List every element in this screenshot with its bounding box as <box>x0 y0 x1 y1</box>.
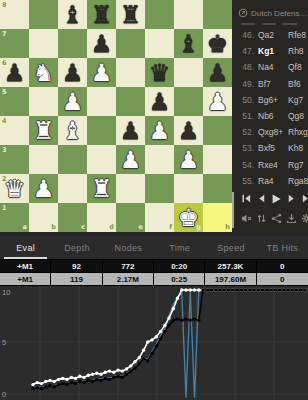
square-h7[interactable]: ♚ <box>203 29 232 58</box>
white-move[interactable]: Bxf5 <box>258 143 284 153</box>
square-a5[interactable]: 5 <box>0 87 29 116</box>
download-icon[interactable] <box>285 213 297 225</box>
clipped-move-row <box>238 22 308 27</box>
black-move[interactable]: Rg7 <box>288 160 308 170</box>
chess-board[interactable]: 8♝♜♜7♟♝♚6♟♞♟♟♛♟5♟♟♟4♜♝♟♟♟3♟♟2♛♟♜1abcdefg… <box>0 0 232 232</box>
stats-header-eval[interactable]: Eval <box>0 236 51 259</box>
black-move[interactable]: Bf6 <box>288 79 308 89</box>
stats-header-depth: Depth <box>51 236 102 259</box>
white-rook-b4: ♜ <box>29 116 58 145</box>
move-number: 51. <box>238 111 254 121</box>
stats-header-time: Time <box>154 236 205 259</box>
rank-label-7: 7 <box>2 31 7 38</box>
square-a1[interactable]: 1a <box>0 203 29 232</box>
square-a4[interactable]: 4 <box>0 116 29 145</box>
white-move[interactable]: Nb6 <box>258 111 284 121</box>
black-move[interactable]: Rfe8 <box>288 30 308 40</box>
ytick-0: 0 <box>2 390 6 399</box>
stats-header-row: EvalDepthNodesTimeSpeedTB Hits <box>0 236 308 260</box>
square-c2[interactable] <box>58 174 87 203</box>
move-row-50: 50.Bg6+Kg7 <box>238 92 308 108</box>
black-king-h7: ♚ <box>203 29 232 58</box>
rank-label-6: 6 <box>2 60 7 67</box>
black-rook-d8: ♜ <box>87 0 116 29</box>
move-row-52: 52.Qxg8+Rhxg <box>238 124 308 140</box>
rank-label-2: 2 <box>2 176 7 183</box>
rank-label-3: 3 <box>2 147 7 154</box>
square-d8[interactable]: ♜ <box>87 0 116 29</box>
stat-time: 0:20 <box>154 260 205 272</box>
move-panel: Dutch Defens… 46.Qa2Rfe847.Kg1Rh848.Na4Q… <box>232 0 308 232</box>
square-e7[interactable] <box>116 29 145 58</box>
white-move[interactable]: Bg6+ <box>258 95 284 105</box>
white-pawn-h5: ♟ <box>203 87 232 116</box>
stats-header-tb-hits: TB Hits <box>257 236 308 259</box>
stat-time: 0:25 <box>154 273 205 285</box>
square-d6[interactable]: ♟ <box>87 58 116 87</box>
black-move[interactable]: Rhxg <box>288 127 308 137</box>
white-move[interactable]: Rxe4 <box>258 160 284 170</box>
square-h1[interactable]: h <box>203 203 232 232</box>
square-f8[interactable] <box>145 0 174 29</box>
square-b1[interactable]: b <box>29 203 58 232</box>
move-row-46: 46.Qa2Rfe8 <box>238 27 308 43</box>
square-h5[interactable]: ♟ <box>203 87 232 116</box>
square-b4[interactable]: ♜ <box>29 116 58 145</box>
move-row-55: 55.Ra4Rga8 <box>238 173 308 189</box>
settings-gear-icon[interactable] <box>300 213 308 225</box>
rank-label-4: 4 <box>2 118 7 125</box>
file-label-g: g <box>196 224 201 231</box>
eval-graph[interactable]: 1050 <box>0 286 308 400</box>
file-label-e: e <box>139 224 143 231</box>
move-nav <box>238 189 308 209</box>
square-e5[interactable] <box>116 87 145 116</box>
square-f6[interactable]: ♛ <box>145 58 174 87</box>
square-d3[interactable] <box>87 145 116 174</box>
ytick-10: 10 <box>2 288 10 297</box>
square-c4[interactable]: ♝ <box>58 116 87 145</box>
move-number: 47. <box>238 46 254 56</box>
square-c1[interactable]: c <box>58 203 87 232</box>
white-engine-stats-row: +M11192.17M0:25197.60M0 <box>0 273 308 286</box>
file-label-a: a <box>23 224 27 231</box>
square-b2[interactable]: ♟ <box>29 174 58 203</box>
play-button[interactable] <box>270 193 282 205</box>
square-c5[interactable]: ♟ <box>58 87 87 116</box>
square-d5[interactable] <box>87 87 116 116</box>
square-g2[interactable] <box>174 174 203 203</box>
move-list: 46.Qa2Rfe847.Kg1Rh848.Na4Qf849.Bf7Bf650.… <box>238 27 308 189</box>
square-h6[interactable]: ♟ <box>203 58 232 87</box>
square-f1[interactable]: f <box>145 203 174 232</box>
white-move[interactable]: Qa2 <box>258 30 284 40</box>
white-pawn-g3: ♟ <box>174 145 203 174</box>
square-c8[interactable]: ♝ <box>58 0 87 29</box>
stat-eval: +M1 <box>0 260 51 272</box>
stat-eval: +M1 <box>0 273 51 285</box>
move-list-scrollbar[interactable] <box>232 192 234 228</box>
square-d2[interactable]: ♜ <box>87 174 116 203</box>
square-a8[interactable]: 8 <box>0 0 29 29</box>
stat-tb-hits: 0 <box>257 260 308 272</box>
opening-name: Dutch Defens… <box>251 9 307 18</box>
file-label-c: c <box>81 224 85 231</box>
square-f2[interactable] <box>145 174 174 203</box>
square-e2[interactable] <box>116 174 145 203</box>
file-label-d: d <box>109 224 114 231</box>
square-g3[interactable]: ♟ <box>174 145 203 174</box>
square-d7[interactable]: ♟ <box>87 29 116 58</box>
square-e8[interactable]: ♜ <box>116 0 145 29</box>
square-g7[interactable]: ♝ <box>174 29 203 58</box>
stat-depth: 92 <box>51 260 102 272</box>
flip-board-icon[interactable] <box>255 213 267 225</box>
move-row-53: 53.Bxf5Kh8 <box>238 140 308 156</box>
square-f5[interactable]: ♟ <box>145 87 174 116</box>
square-b5[interactable] <box>29 87 58 116</box>
white-pawn-c5: ♟ <box>58 87 87 116</box>
square-f7[interactable] <box>145 29 174 58</box>
white-move[interactable]: Bf7 <box>258 79 284 89</box>
white-pawn-b2: ♟ <box>29 174 58 203</box>
square-g4[interactable]: ♟ <box>174 116 203 145</box>
square-h2[interactable] <box>203 174 232 203</box>
move-number: 54. <box>238 160 254 170</box>
white-rook-d2: ♜ <box>87 174 116 203</box>
stat-speed: 257.3K <box>205 260 256 272</box>
move-number: 50. <box>238 95 254 105</box>
stats-header-nodes: Nodes <box>103 236 154 259</box>
white-pawn-e3: ♟ <box>116 145 145 174</box>
black-move[interactable]: Rh8 <box>288 46 308 56</box>
black-pawn-d7: ♟ <box>87 29 116 58</box>
black-bishop-c8: ♝ <box>58 0 87 29</box>
square-b6[interactable]: ♞ <box>29 58 58 87</box>
square-h3[interactable] <box>203 145 232 174</box>
square-h4[interactable] <box>203 116 232 145</box>
rank-label-5: 5 <box>2 89 7 96</box>
square-e1[interactable]: e <box>116 203 145 232</box>
square-b8[interactable] <box>29 0 58 29</box>
square-d1[interactable]: d <box>87 203 116 232</box>
move-number: 52. <box>238 127 254 137</box>
square-e4[interactable]: ♟ <box>116 116 145 145</box>
blue-eval-line <box>33 290 305 397</box>
move-number: 53. <box>238 143 254 153</box>
square-b3[interactable] <box>29 145 58 174</box>
move-row-51: 51.Nb6Qg8 <box>238 108 308 124</box>
move-number: 49. <box>238 79 254 89</box>
board-and-moves: 8♝♜♜7♟♝♚6♟♞♟♟♛♟5♟♟♟4♜♝♟♟♟3♟♟2♛♟♜1abcdefg… <box>0 0 308 232</box>
chess-analysis-app: 8♝♜♜7♟♝♚6♟♞♟♟♛♟5♟♟♟4♜♝♟♟♟3♟♟2♛♟♜1abcdefg… <box>0 0 308 400</box>
black-move[interactable]: Rga8 <box>288 176 308 186</box>
opening-icon <box>238 8 248 18</box>
first-move-button[interactable] <box>240 193 252 205</box>
black-pawn-e4: ♟ <box>116 116 145 145</box>
next-move-button[interactable] <box>285 193 297 205</box>
black-pawn-f5: ♟ <box>145 87 174 116</box>
move-number: 55. <box>238 176 254 186</box>
ytick-5: 5 <box>2 338 6 347</box>
square-h8[interactable] <box>203 0 232 29</box>
previous-move-button[interactable] <box>255 193 267 205</box>
toolbar <box>238 209 308 229</box>
black-pawn-c6: ♟ <box>58 58 87 87</box>
black-rook-e8: ♜ <box>116 0 145 29</box>
square-g5[interactable] <box>174 87 203 116</box>
stat-speed: 197.60M <box>205 273 256 285</box>
white-bishop-c4: ♝ <box>58 116 87 145</box>
share-icon[interactable] <box>270 213 282 225</box>
move-row-49: 49.Bf7Bf6 <box>238 76 308 92</box>
square-b7[interactable] <box>29 29 58 58</box>
square-a7[interactable]: 7 <box>0 29 29 58</box>
square-e3[interactable]: ♟ <box>116 145 145 174</box>
file-label-f: f <box>169 224 172 231</box>
black-pawn-h6: ♟ <box>203 58 232 87</box>
square-g8[interactable] <box>174 0 203 29</box>
stat-nodes: 772 <box>103 260 154 272</box>
square-f4[interactable]: ♟ <box>145 116 174 145</box>
black-move[interactable]: Qg8 <box>288 111 308 121</box>
rank-label-8: 8 <box>2 2 7 9</box>
square-g1[interactable]: g♚ <box>174 203 203 232</box>
square-a2[interactable]: 2♛ <box>0 174 29 203</box>
move-number: 46. <box>238 30 254 40</box>
white-move[interactable]: Kg1 <box>258 46 284 56</box>
stat-depth: 119 <box>51 273 102 285</box>
stat-nodes: 2.17M <box>103 273 154 285</box>
black-move[interactable]: Qf8 <box>288 62 308 72</box>
white-pawn-d6: ♟ <box>87 58 116 87</box>
black-pawn-g4: ♟ <box>174 116 203 145</box>
square-c3[interactable] <box>58 145 87 174</box>
eval-graph-section: 1050 <box>0 286 308 400</box>
opening-row[interactable]: Dutch Defens… <box>238 4 308 22</box>
black-move[interactable]: Kg7 <box>288 95 308 105</box>
move-number: 48. <box>238 62 254 72</box>
move-row-47: 47.Kg1Rh8 <box>238 43 308 59</box>
engine-stats-section: EvalDepthNodesTimeSpeedTB Hits +M1927720… <box>0 236 308 286</box>
stat-tb-hits: 0 <box>257 273 308 285</box>
rank-label-1: 1 <box>2 205 7 212</box>
white-move[interactable]: Ra4 <box>258 176 284 186</box>
square-e6[interactable] <box>116 58 145 87</box>
black-bishop-g7: ♝ <box>174 29 203 58</box>
mute-icon[interactable] <box>240 213 252 225</box>
stats-header-speed: Speed <box>205 236 256 259</box>
move-row-54: 54.Rxe4Rg7 <box>238 157 308 173</box>
square-a6[interactable]: 6♟ <box>0 58 29 87</box>
white-move[interactable]: Na4 <box>258 62 284 72</box>
white-knight-b6: ♞ <box>29 58 58 87</box>
black-engine-stats-row: +M1927720:20257.3K0 <box>0 260 308 273</box>
square-f3[interactable] <box>145 145 174 174</box>
square-c6[interactable]: ♟ <box>58 58 87 87</box>
black-eval-line <box>33 290 305 389</box>
square-c7[interactable] <box>58 29 87 58</box>
white-eval-line <box>33 290 305 385</box>
white-move[interactable]: Qxg8+ <box>258 127 284 137</box>
square-d4[interactable] <box>87 116 116 145</box>
file-label-h: h <box>225 224 230 231</box>
last-move-button[interactable] <box>300 193 308 205</box>
white-pawn-f4: ♟ <box>145 116 174 145</box>
black-move[interactable]: Kh8 <box>288 143 308 153</box>
file-label-b: b <box>51 224 56 231</box>
square-a3[interactable]: 3 <box>0 145 29 174</box>
move-row-48: 48.Na4Qf8 <box>238 59 308 75</box>
square-g6[interactable] <box>174 58 203 87</box>
black-queen-f6: ♛ <box>145 58 174 87</box>
